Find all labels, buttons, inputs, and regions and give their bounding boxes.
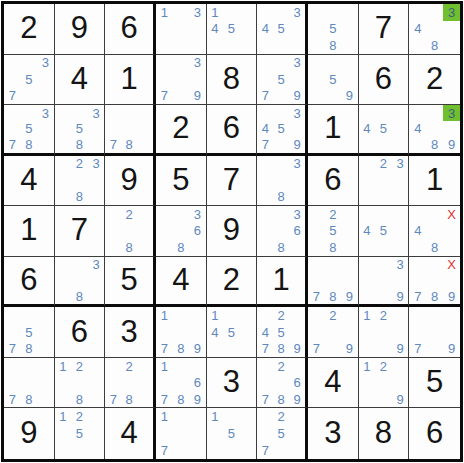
cell-r1c5[interactable]: 145	[207, 4, 258, 55]
candidate-4: 4	[359, 121, 376, 137]
candidate-8: 8	[273, 189, 289, 206]
candidate-1: 1	[55, 358, 72, 375]
solved-digit: 7	[71, 214, 88, 245]
empty-candidate-slot	[4, 307, 21, 324]
candidate-2: 2	[71, 156, 88, 173]
candidate-8: 8	[71, 288, 88, 304]
cell-r3c7[interactable]: 1	[308, 105, 359, 156]
empty-candidate-slot	[121, 223, 137, 240]
candidate-9: 9	[341, 88, 358, 105]
candidate-5: 5	[71, 425, 88, 442]
cell-r7c7[interactable]: 279	[308, 307, 359, 358]
cell-r2c4[interactable]: 379	[156, 55, 207, 106]
candidate-8: 8	[173, 239, 190, 256]
empty-candidate-slot	[325, 4, 342, 21]
cell-r6c7[interactable]: 789	[308, 257, 359, 308]
eliminated-candidate-x-mark: X	[443, 257, 460, 273]
empty-candidate-slot	[88, 358, 105, 375]
empty-candidate-slot	[105, 239, 121, 256]
empty-candidate-slot	[375, 257, 392, 273]
empty-candidate-slot	[308, 88, 325, 105]
cell-r5c3[interactable]: 28	[105, 206, 156, 257]
cell-r2c1[interactable]: 357	[4, 55, 55, 106]
empty-candidate-slot	[426, 257, 443, 273]
empty-candidate-slot	[55, 257, 72, 273]
empty-candidate-slot	[55, 442, 72, 459]
candidate-7: 7	[257, 391, 273, 408]
empty-candidate-slot	[37, 137, 54, 153]
candidate-3: 3	[289, 206, 305, 223]
empty-candidate-slot	[375, 172, 392, 189]
empty-candidate-slot	[257, 408, 273, 425]
empty-candidate-slot	[88, 121, 105, 137]
candidate-9: 9	[341, 288, 358, 304]
empty-candidate-slot	[173, 71, 190, 88]
empty-candidate-slot	[341, 206, 358, 223]
candidate-9: 9	[189, 391, 206, 408]
candidate-9: 9	[189, 340, 206, 357]
cell-r2c8[interactable]: 6	[359, 55, 410, 106]
cell-r1c7[interactable]: 58	[308, 4, 359, 55]
empty-candidate-slot	[189, 37, 206, 54]
empty-candidate-slot	[71, 273, 88, 289]
cell-r2c3[interactable]: 1	[105, 55, 156, 106]
candidate-8: 8	[426, 137, 443, 153]
cell-r2c7[interactable]: 59	[308, 55, 359, 106]
empty-candidate-slot	[308, 206, 325, 223]
empty-candidate-slot	[359, 324, 376, 341]
cell-r9c5[interactable]: 15	[207, 408, 258, 459]
empty-candidate-slot	[55, 374, 72, 391]
empty-candidate-slot	[257, 189, 273, 206]
cell-r2c2[interactable]: 4	[55, 55, 106, 106]
cell-r8c2[interactable]: 128	[55, 358, 106, 409]
empty-candidate-slot	[359, 257, 376, 273]
cell-r6c4[interactable]: 4	[156, 257, 207, 308]
candidate-7: 7	[4, 88, 21, 105]
candidate-grid: X48	[409, 206, 460, 256]
cell-r8c5[interactable]: 3	[207, 358, 258, 409]
empty-candidate-slot	[308, 223, 325, 240]
candidate-9: 9	[443, 288, 460, 304]
cell-r7c9[interactable]: 79	[409, 307, 460, 358]
empty-candidate-slot	[156, 324, 173, 341]
empty-candidate-slot	[289, 21, 305, 38]
cell-r1c2[interactable]: 9	[55, 4, 106, 55]
cell-r6c5[interactable]: 2	[207, 257, 258, 308]
candidate-8: 8	[273, 391, 289, 408]
candidate-9: 9	[289, 137, 305, 153]
cell-r6c9[interactable]: X789	[409, 257, 460, 308]
empty-candidate-slot	[240, 408, 257, 425]
cell-r1c1[interactable]: 2	[4, 4, 55, 55]
solved-digit: 6	[324, 164, 341, 195]
cell-r1c3[interactable]: 6	[105, 4, 156, 55]
candidate-8: 8	[121, 239, 137, 256]
candidate-8: 8	[325, 288, 342, 304]
cell-r1c9[interactable]: 348	[409, 4, 460, 55]
eliminated-candidate-x-mark: X	[443, 206, 460, 223]
empty-candidate-slot	[121, 121, 137, 137]
empty-candidate-slot	[240, 4, 257, 21]
empty-candidate-slot	[189, 358, 206, 375]
cell-r9c8[interactable]: 8	[359, 408, 410, 459]
cell-r1c6[interactable]: 345	[257, 4, 308, 55]
cell-r4c1[interactable]: 4	[4, 156, 55, 207]
empty-candidate-slot	[375, 391, 392, 408]
candidate-grid: 145	[207, 307, 257, 357]
empty-candidate-slot	[409, 307, 426, 324]
empty-candidate-slot	[359, 374, 376, 391]
empty-candidate-slot	[273, 105, 289, 121]
candidate-grid: 59	[308, 55, 358, 105]
empty-candidate-slot	[443, 21, 460, 38]
empty-candidate-slot	[55, 425, 72, 442]
candidate-grid: 128	[55, 358, 105, 408]
cell-r3c3[interactable]: 78	[105, 105, 156, 156]
cell-r9c7[interactable]: 3	[308, 408, 359, 459]
empty-candidate-slot	[173, 442, 190, 459]
candidate-6: 6	[289, 374, 305, 391]
empty-candidate-slot	[257, 358, 273, 375]
empty-candidate-slot	[375, 239, 392, 256]
cell-r2c5[interactable]: 8	[207, 55, 258, 106]
empty-candidate-slot	[37, 71, 54, 88]
empty-candidate-slot	[325, 340, 342, 357]
solved-digit: 6	[223, 112, 240, 143]
candidate-5: 5	[273, 21, 289, 38]
candidate-3: 3	[289, 4, 305, 21]
candidate-7: 7	[308, 288, 325, 304]
empty-candidate-slot	[289, 71, 305, 88]
candidate-2: 2	[375, 307, 392, 324]
empty-candidate-slot	[289, 408, 305, 425]
empty-candidate-slot	[137, 223, 153, 240]
empty-candidate-slot	[273, 88, 289, 105]
candidate-2: 2	[325, 307, 342, 324]
cell-r5c6[interactable]: 368	[257, 206, 308, 257]
empty-candidate-slot	[37, 391, 54, 408]
empty-candidate-slot	[341, 239, 358, 256]
cell-r6c2[interactable]: 38	[55, 257, 106, 308]
cell-r4c5[interactable]: 7	[207, 156, 258, 207]
cell-r3c2[interactable]: 358	[55, 105, 106, 156]
cell-r9c1[interactable]: 9	[4, 408, 55, 459]
empty-candidate-slot	[341, 324, 358, 341]
cell-r9c4[interactable]: 17	[156, 408, 207, 459]
candidate-5: 5	[273, 425, 289, 442]
empty-candidate-slot	[392, 206, 409, 223]
sudoku-board: 2961314534558734835741379835795962357835…	[1, 1, 463, 462]
candidate-3: 3	[88, 156, 105, 173]
empty-candidate-slot	[308, 257, 325, 273]
empty-candidate-slot	[137, 239, 153, 256]
candidate-2: 2	[375, 358, 392, 375]
empty-candidate-slot	[289, 172, 305, 189]
cell-r7c1[interactable]: 578	[4, 307, 55, 358]
empty-candidate-slot	[325, 257, 342, 273]
cell-r3c6[interactable]: 34579	[257, 105, 308, 156]
empty-candidate-slot	[173, 55, 190, 72]
empty-candidate-slot	[325, 324, 342, 341]
candidate-8: 8	[71, 189, 88, 206]
candidate-9: 9	[289, 340, 305, 357]
empty-candidate-slot	[207, 340, 224, 357]
empty-candidate-slot	[105, 374, 121, 391]
cell-r9c3[interactable]: 4	[105, 408, 156, 459]
candidate-8: 8	[121, 137, 137, 153]
cell-r7c8[interactable]: 129	[359, 307, 410, 358]
cell-r5c4[interactable]: 368	[156, 206, 207, 257]
empty-candidate-slot	[409, 324, 426, 341]
cell-r7c4[interactable]: 1789	[156, 307, 207, 358]
empty-candidate-slot	[392, 137, 409, 153]
empty-candidate-slot	[273, 172, 289, 189]
cell-r5c7[interactable]: 258	[308, 206, 359, 257]
cell-r2c6[interactable]: 3579	[257, 55, 308, 106]
empty-candidate-slot	[308, 4, 325, 21]
candidate-2: 2	[273, 307, 289, 324]
empty-candidate-slot	[308, 71, 325, 88]
cell-r9c9[interactable]: 6	[409, 408, 460, 459]
solved-digit: 8	[375, 417, 392, 448]
candidate-7: 7	[156, 340, 173, 357]
empty-candidate-slot	[426, 105, 443, 121]
cell-r3c8[interactable]: 45	[359, 105, 410, 156]
cell-r7c2[interactable]: 6	[55, 307, 106, 358]
empty-candidate-slot	[257, 425, 273, 442]
cell-r4c3[interactable]: 9	[105, 156, 156, 207]
empty-candidate-slot	[105, 358, 121, 375]
cell-r5c5[interactable]: 9	[207, 206, 258, 257]
candidate-7: 7	[409, 340, 426, 357]
candidate-7: 7	[105, 391, 121, 408]
empty-candidate-slot	[375, 273, 392, 289]
empty-candidate-slot	[392, 172, 409, 189]
empty-candidate-slot	[21, 307, 38, 324]
empty-candidate-slot	[257, 105, 273, 121]
cell-r9c2[interactable]: 125	[55, 408, 106, 459]
solved-digit: 4	[71, 63, 88, 94]
cell-r8c8[interactable]: 129	[359, 358, 410, 409]
candidate-grid: 368	[156, 206, 206, 256]
empty-candidate-slot	[375, 288, 392, 304]
cell-r3c4[interactable]: 2	[156, 105, 207, 156]
cell-r5c1[interactable]: 1	[4, 206, 55, 257]
candidate-5: 5	[223, 21, 240, 38]
cell-r1c8[interactable]: 7	[359, 4, 410, 55]
empty-candidate-slot	[21, 88, 38, 105]
cell-r8c3[interactable]: 278	[105, 358, 156, 409]
empty-candidate-slot	[359, 105, 376, 121]
candidate-grid: 16789	[156, 358, 206, 408]
empty-candidate-slot	[223, 442, 240, 459]
empty-candidate-slot	[308, 37, 325, 54]
candidate-9: 9	[341, 340, 358, 357]
empty-candidate-slot	[426, 21, 443, 38]
candidate-1: 1	[359, 358, 376, 375]
empty-candidate-slot	[359, 189, 376, 206]
empty-candidate-slot	[156, 206, 173, 223]
empty-candidate-slot	[273, 156, 289, 173]
cell-r5c8[interactable]: 45	[359, 206, 410, 257]
solved-digit: 1	[20, 214, 37, 245]
candidate-7: 7	[105, 137, 121, 153]
cell-r6c1[interactable]: 6	[4, 257, 55, 308]
cell-r5c9[interactable]: X48	[409, 206, 460, 257]
empty-candidate-slot	[289, 121, 305, 137]
candidate-9: 9	[392, 288, 409, 304]
cell-r8c4[interactable]: 16789	[156, 358, 207, 409]
candidate-7: 7	[156, 391, 173, 408]
candidate-grid: 17	[156, 408, 206, 459]
cell-r2c9[interactable]: 2	[409, 55, 460, 106]
empty-candidate-slot	[443, 37, 460, 54]
cell-r4c8[interactable]: 23	[359, 156, 410, 207]
empty-candidate-slot	[156, 71, 173, 88]
empty-candidate-slot	[137, 358, 153, 375]
cell-r8c6[interactable]: 26789	[257, 358, 308, 409]
empty-candidate-slot	[4, 121, 21, 137]
solved-digit: 1	[324, 112, 341, 143]
empty-candidate-slot	[325, 88, 342, 105]
solved-digit: 6	[20, 264, 37, 295]
empty-candidate-slot	[21, 105, 38, 121]
empty-candidate-slot	[137, 374, 153, 391]
empty-candidate-slot	[359, 172, 376, 189]
candidate-3: 3	[37, 55, 54, 72]
empty-candidate-slot	[173, 88, 190, 105]
cell-r6c8[interactable]: 39	[359, 257, 410, 308]
empty-candidate-slot	[341, 257, 358, 273]
cell-r5c2[interactable]: 7	[55, 206, 106, 257]
candidate-grid: 78	[105, 105, 153, 153]
empty-candidate-slot	[156, 223, 173, 240]
empty-candidate-slot	[443, 121, 460, 137]
candidate-5: 5	[273, 121, 289, 137]
empty-candidate-slot	[392, 358, 409, 375]
empty-candidate-slot	[308, 307, 325, 324]
cell-r1c4[interactable]: 13	[156, 4, 207, 55]
empty-candidate-slot	[21, 358, 38, 375]
candidate-8: 8	[273, 340, 289, 357]
cell-r8c7[interactable]: 4	[308, 358, 359, 409]
empty-candidate-slot	[257, 156, 273, 173]
cell-r3c9[interactable]: 3489	[409, 105, 460, 156]
solved-digit: 9	[71, 12, 88, 43]
empty-candidate-slot	[55, 288, 72, 304]
empty-candidate-slot	[88, 189, 105, 206]
empty-candidate-slot	[223, 37, 240, 54]
empty-candidate-slot	[426, 223, 443, 240]
empty-candidate-slot	[392, 273, 409, 289]
cell-r4c4[interactable]: 5	[156, 156, 207, 207]
cell-r6c3[interactable]: 5	[105, 257, 156, 308]
candidate-5: 5	[223, 425, 240, 442]
empty-candidate-slot	[240, 340, 257, 357]
candidate-grid: 38	[55, 257, 105, 305]
candidate-9: 9	[443, 137, 460, 153]
empty-candidate-slot	[88, 273, 105, 289]
empty-candidate-slot	[359, 156, 376, 173]
empty-candidate-slot	[375, 374, 392, 391]
empty-candidate-slot	[426, 340, 443, 357]
empty-candidate-slot	[156, 425, 173, 442]
candidate-grid: 129	[359, 307, 409, 357]
empty-candidate-slot	[55, 189, 72, 206]
empty-candidate-slot	[341, 71, 358, 88]
candidate-grid: 238	[55, 156, 105, 206]
empty-candidate-slot	[392, 121, 409, 137]
candidate-7: 7	[156, 88, 173, 105]
solved-digit: 2	[20, 12, 37, 43]
candidate-9: 9	[289, 88, 305, 105]
candidate-4: 4	[359, 223, 376, 240]
cell-r8c1[interactable]: 78	[4, 358, 55, 409]
empty-candidate-slot	[173, 425, 190, 442]
empty-candidate-slot	[273, 223, 289, 240]
candidate-grid: 245789	[257, 307, 305, 357]
candidate-2: 2	[121, 206, 137, 223]
cell-r7c3[interactable]: 3	[105, 307, 156, 358]
empty-candidate-slot	[409, 257, 426, 273]
empty-candidate-slot	[426, 273, 443, 289]
empty-candidate-slot	[88, 408, 105, 425]
cell-r4c9[interactable]: 1	[409, 156, 460, 207]
empty-candidate-slot	[156, 239, 173, 256]
empty-candidate-slot	[359, 137, 376, 153]
empty-candidate-slot	[308, 55, 325, 72]
candidate-grid: 45	[359, 105, 409, 153]
candidate-grid: 3489	[409, 105, 460, 153]
empty-candidate-slot	[325, 273, 342, 289]
cell-r3c1[interactable]: 3578	[4, 105, 55, 156]
candidate-7: 7	[4, 137, 21, 153]
cell-r7c6[interactable]: 245789	[257, 307, 308, 358]
cell-r4c6[interactable]: 38	[257, 156, 308, 207]
candidate-grid: 79	[409, 307, 460, 357]
candidate-3-highlighted-green: 3	[443, 4, 460, 21]
candidate-8: 8	[21, 391, 38, 408]
candidate-grid: 578	[4, 307, 54, 357]
empty-candidate-slot	[137, 105, 153, 121]
empty-candidate-slot	[359, 206, 376, 223]
empty-candidate-slot	[173, 358, 190, 375]
solved-digit: 9	[20, 417, 37, 448]
empty-candidate-slot	[426, 4, 443, 21]
solved-digit: 5	[121, 264, 138, 295]
candidate-3: 3	[189, 4, 206, 21]
empty-candidate-slot	[55, 156, 72, 173]
empty-candidate-slot	[443, 307, 460, 324]
cell-r4c7[interactable]: 6	[308, 156, 359, 207]
candidate-grid: 348	[409, 4, 460, 54]
candidate-8: 8	[21, 137, 38, 153]
empty-candidate-slot	[392, 324, 409, 341]
cell-r7c5[interactable]: 145	[207, 307, 258, 358]
cell-r4c2[interactable]: 238	[55, 156, 106, 207]
cell-r3c5[interactable]: 6	[207, 105, 258, 156]
candidate-3-highlighted-green: 3	[443, 105, 460, 121]
empty-candidate-slot	[4, 324, 21, 341]
empty-candidate-slot	[289, 358, 305, 375]
candidate-2: 2	[121, 358, 137, 375]
candidate-9: 9	[289, 391, 305, 408]
cell-r6c6[interactable]: 1	[257, 257, 308, 308]
candidate-3: 3	[88, 105, 105, 121]
cell-r9c6[interactable]: 257	[257, 408, 308, 459]
cell-r8c9[interactable]: 5	[409, 358, 460, 409]
